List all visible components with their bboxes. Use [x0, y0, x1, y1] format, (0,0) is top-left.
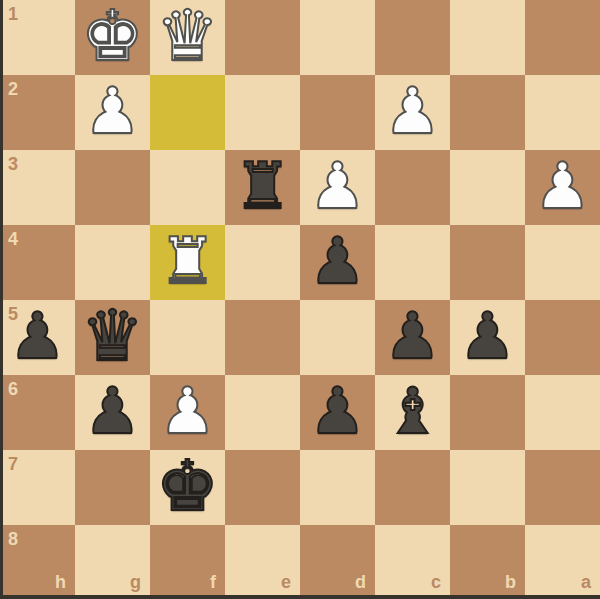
square-c8[interactable]: c: [375, 525, 450, 599]
square-a4[interactable]: [525, 225, 600, 300]
black-king[interactable]: ♚: [150, 450, 225, 525]
square-d4[interactable]: ♟: [300, 225, 375, 300]
square-h3[interactable]: 3: [0, 150, 75, 225]
white-pawn[interactable]: ♟: [300, 150, 375, 225]
square-d6[interactable]: ♟: [300, 375, 375, 450]
square-e2[interactable]: [225, 75, 300, 150]
square-c2[interactable]: ♟: [375, 75, 450, 150]
square-c4[interactable]: [375, 225, 450, 300]
rank-label-3: 3: [8, 155, 18, 173]
white-rook[interactable]: ♜: [150, 225, 225, 300]
square-d3[interactable]: ♟: [300, 150, 375, 225]
square-g7[interactable]: [75, 450, 150, 525]
square-e8[interactable]: e: [225, 525, 300, 599]
square-d8[interactable]: d: [300, 525, 375, 599]
square-f7[interactable]: ♚: [150, 450, 225, 525]
square-h6[interactable]: 6: [0, 375, 75, 450]
square-e7[interactable]: [225, 450, 300, 525]
file-label-g: g: [130, 573, 141, 591]
square-f1[interactable]: ♛: [150, 0, 225, 75]
square-g3[interactable]: [75, 150, 150, 225]
white-pawn[interactable]: ♟: [150, 375, 225, 450]
square-f8[interactable]: f: [150, 525, 225, 599]
black-pawn[interactable]: ♟: [375, 300, 450, 375]
square-g5[interactable]: ♛: [75, 300, 150, 375]
chess-board-grid: 1♚♛2♟♟3♜♟♟4♜♟5♟♛♟♟6♟♟♟♝7♚8hgfedcba: [0, 0, 600, 599]
file-label-a: a: [581, 573, 591, 591]
black-pawn[interactable]: ♟: [450, 300, 525, 375]
square-a1[interactable]: [525, 0, 600, 75]
square-b5[interactable]: ♟: [450, 300, 525, 375]
rank-label-1: 1: [8, 5, 18, 23]
white-queen[interactable]: ♛: [150, 0, 225, 75]
board-border-bottom: [0, 595, 600, 599]
square-c6[interactable]: ♝: [375, 375, 450, 450]
square-h7[interactable]: 7: [0, 450, 75, 525]
square-c5[interactable]: ♟: [375, 300, 450, 375]
square-g1[interactable]: ♚: [75, 0, 150, 75]
square-h2[interactable]: 2: [0, 75, 75, 150]
square-g2[interactable]: ♟: [75, 75, 150, 150]
square-b1[interactable]: [450, 0, 525, 75]
rank-label-6: 6: [8, 380, 18, 398]
square-g8[interactable]: g: [75, 525, 150, 599]
black-pawn[interactable]: ♟: [300, 375, 375, 450]
square-e6[interactable]: [225, 375, 300, 450]
file-label-d: d: [355, 573, 366, 591]
rank-label-2: 2: [8, 80, 18, 98]
square-b4[interactable]: [450, 225, 525, 300]
square-e4[interactable]: [225, 225, 300, 300]
square-f5[interactable]: [150, 300, 225, 375]
file-label-c: c: [431, 573, 441, 591]
square-c1[interactable]: [375, 0, 450, 75]
black-rook[interactable]: ♜: [225, 150, 300, 225]
square-g6[interactable]: ♟: [75, 375, 150, 450]
black-queen[interactable]: ♛: [75, 300, 150, 375]
white-pawn[interactable]: ♟: [375, 75, 450, 150]
square-b6[interactable]: [450, 375, 525, 450]
black-pawn[interactable]: ♟: [300, 225, 375, 300]
file-label-h: h: [55, 573, 66, 591]
black-bishop[interactable]: ♝: [375, 375, 450, 450]
square-d2[interactable]: [300, 75, 375, 150]
square-a8[interactable]: a: [525, 525, 600, 599]
white-pawn[interactable]: ♟: [525, 150, 600, 225]
square-d5[interactable]: [300, 300, 375, 375]
black-pawn[interactable]: ♟: [0, 300, 75, 375]
square-g4[interactable]: [75, 225, 150, 300]
black-pawn[interactable]: ♟: [75, 375, 150, 450]
file-label-f: f: [210, 573, 216, 591]
square-d1[interactable]: [300, 0, 375, 75]
square-h8[interactable]: 8h: [0, 525, 75, 599]
square-b8[interactable]: b: [450, 525, 525, 599]
white-king[interactable]: ♚: [75, 0, 150, 75]
square-c7[interactable]: [375, 450, 450, 525]
square-e3[interactable]: ♜: [225, 150, 300, 225]
rank-label-8: 8: [8, 530, 18, 548]
rank-label-4: 4: [8, 230, 18, 248]
square-f2[interactable]: [150, 75, 225, 150]
rank-label-7: 7: [8, 455, 18, 473]
chess-board: 1♚♛2♟♟3♜♟♟4♜♟5♟♛♟♟6♟♟♟♝7♚8hgfedcba: [0, 0, 600, 599]
square-d7[interactable]: [300, 450, 375, 525]
square-a2[interactable]: [525, 75, 600, 150]
square-h5[interactable]: 5♟: [0, 300, 75, 375]
file-label-e: e: [281, 573, 291, 591]
board-border-left: [0, 0, 3, 599]
square-a7[interactable]: [525, 450, 600, 525]
square-a3[interactable]: ♟: [525, 150, 600, 225]
file-label-b: b: [505, 573, 516, 591]
square-a6[interactable]: [525, 375, 600, 450]
square-c3[interactable]: [375, 150, 450, 225]
square-f6[interactable]: ♟: [150, 375, 225, 450]
square-b3[interactable]: [450, 150, 525, 225]
white-pawn[interactable]: ♟: [75, 75, 150, 150]
square-h4[interactable]: 4: [0, 225, 75, 300]
square-e5[interactable]: [225, 300, 300, 375]
square-e1[interactable]: [225, 0, 300, 75]
square-f3[interactable]: [150, 150, 225, 225]
square-b2[interactable]: [450, 75, 525, 150]
square-f4[interactable]: ♜: [150, 225, 225, 300]
square-a5[interactable]: [525, 300, 600, 375]
square-h1[interactable]: 1: [0, 0, 75, 75]
square-b7[interactable]: [450, 450, 525, 525]
